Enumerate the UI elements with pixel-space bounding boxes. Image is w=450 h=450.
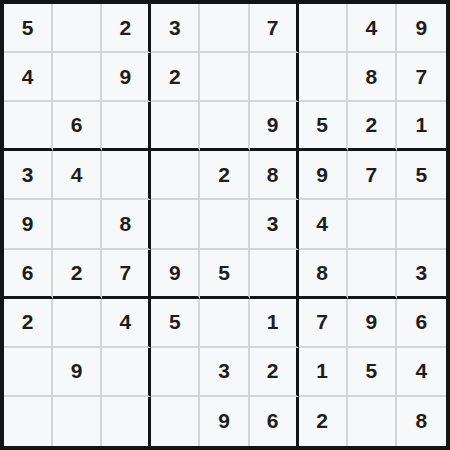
cell-r9c6[interactable]: 6 (250, 397, 299, 446)
cell-r1c1[interactable]: 5 (4, 4, 53, 53)
cell-r6c7[interactable]: 8 (299, 250, 348, 299)
cell-r6c1[interactable]: 6 (4, 250, 53, 299)
cell-r4c2[interactable]: 4 (53, 151, 102, 200)
cell-r8c8[interactable]: 5 (348, 348, 397, 397)
cell-r3c4[interactable] (151, 102, 200, 151)
cell-r8c2[interactable]: 9 (53, 348, 102, 397)
cell-r1c9[interactable]: 9 (397, 4, 446, 53)
cell-r3c7[interactable]: 5 (299, 102, 348, 151)
cell-r7c6[interactable]: 1 (250, 299, 299, 348)
cell-r3c9[interactable]: 1 (397, 102, 446, 151)
cell-r7c2[interactable] (53, 299, 102, 348)
cell-r9c5[interactable]: 9 (200, 397, 249, 446)
cell-r9c4[interactable] (151, 397, 200, 446)
cell-r4c3[interactable] (102, 151, 151, 200)
cell-r6c4[interactable]: 9 (151, 250, 200, 299)
cell-r2c2[interactable] (53, 53, 102, 102)
cell-r9c1[interactable] (4, 397, 53, 446)
cell-r2c1[interactable]: 4 (4, 53, 53, 102)
cell-r8c9[interactable]: 4 (397, 348, 446, 397)
cell-r9c7[interactable]: 2 (299, 397, 348, 446)
cell-r7c5[interactable] (200, 299, 249, 348)
cell-r3c3[interactable] (102, 102, 151, 151)
cell-r5c3[interactable]: 8 (102, 200, 151, 249)
cell-r5c1[interactable]: 9 (4, 200, 53, 249)
cell-r8c3[interactable] (102, 348, 151, 397)
cell-r5c4[interactable] (151, 200, 200, 249)
cell-r5c2[interactable] (53, 200, 102, 249)
cell-r4c6[interactable]: 8 (250, 151, 299, 200)
cell-r8c4[interactable] (151, 348, 200, 397)
cell-r7c8[interactable]: 9 (348, 299, 397, 348)
cell-r5c5[interactable] (200, 200, 249, 249)
cell-r1c8[interactable]: 4 (348, 4, 397, 53)
sudoku-board: 5237494928769521342897598346279583245179… (0, 0, 450, 450)
cell-r2c3[interactable]: 9 (102, 53, 151, 102)
cell-r2c7[interactable] (299, 53, 348, 102)
cell-r8c5[interactable]: 3 (200, 348, 249, 397)
cell-r4c4[interactable] (151, 151, 200, 200)
cell-r7c1[interactable]: 2 (4, 299, 53, 348)
cell-r2c6[interactable] (250, 53, 299, 102)
cell-r6c8[interactable] (348, 250, 397, 299)
cell-r2c5[interactable] (200, 53, 249, 102)
cell-r9c9[interactable]: 8 (397, 397, 446, 446)
cell-r6c9[interactable]: 3 (397, 250, 446, 299)
cell-r2c8[interactable]: 8 (348, 53, 397, 102)
cell-r8c6[interactable]: 2 (250, 348, 299, 397)
cell-r4c9[interactable]: 5 (397, 151, 446, 200)
cell-r9c2[interactable] (53, 397, 102, 446)
cell-r2c4[interactable]: 2 (151, 53, 200, 102)
cell-r4c8[interactable]: 7 (348, 151, 397, 200)
cell-r9c8[interactable] (348, 397, 397, 446)
cell-r3c2[interactable]: 6 (53, 102, 102, 151)
cell-r3c1[interactable] (4, 102, 53, 151)
cell-r8c1[interactable] (4, 348, 53, 397)
cell-r7c9[interactable]: 6 (397, 299, 446, 348)
cell-r1c5[interactable] (200, 4, 249, 53)
cell-r4c7[interactable]: 9 (299, 151, 348, 200)
cell-r1c6[interactable]: 7 (250, 4, 299, 53)
cell-r3c6[interactable]: 9 (250, 102, 299, 151)
cell-r1c4[interactable]: 3 (151, 4, 200, 53)
cell-r5c8[interactable] (348, 200, 397, 249)
cell-r4c1[interactable]: 3 (4, 151, 53, 200)
cell-r5c6[interactable]: 3 (250, 200, 299, 249)
cell-r5c7[interactable]: 4 (299, 200, 348, 249)
cell-r2c9[interactable]: 7 (397, 53, 446, 102)
cell-r1c2[interactable] (53, 4, 102, 53)
cell-r1c3[interactable]: 2 (102, 4, 151, 53)
cell-r6c3[interactable]: 7 (102, 250, 151, 299)
cell-r6c6[interactable] (250, 250, 299, 299)
cell-r8c7[interactable]: 1 (299, 348, 348, 397)
cell-r6c2[interactable]: 2 (53, 250, 102, 299)
cell-r5c9[interactable] (397, 200, 446, 249)
cell-r7c4[interactable]: 5 (151, 299, 200, 348)
cell-r7c3[interactable]: 4 (102, 299, 151, 348)
cell-r9c3[interactable] (102, 397, 151, 446)
cell-r3c8[interactable]: 2 (348, 102, 397, 151)
cell-r4c5[interactable]: 2 (200, 151, 249, 200)
cell-r7c7[interactable]: 7 (299, 299, 348, 348)
cell-r6c5[interactable]: 5 (200, 250, 249, 299)
cell-r3c5[interactable] (200, 102, 249, 151)
cell-r1c7[interactable] (299, 4, 348, 53)
